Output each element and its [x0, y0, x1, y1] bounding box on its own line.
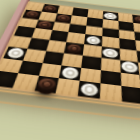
white-piece-d7[interactable]: [61, 66, 79, 79]
white-piece-a6[interactable]: [6, 47, 26, 58]
dark-piece-d5[interactable]: [66, 43, 82, 54]
checkers-scene: [0, 0, 140, 140]
square-e8[interactable]: [78, 81, 100, 99]
white-piece-e8[interactable]: [80, 82, 98, 97]
square-d8[interactable]: [56, 78, 80, 96]
white-piece-g6[interactable]: [121, 61, 137, 73]
square-g8[interactable]: [121, 86, 140, 104]
board-frame: [0, 0, 140, 126]
dark-piece-c8[interactable]: [36, 77, 56, 91]
square-f8[interactable]: [100, 83, 122, 101]
white-piece-f5[interactable]: [103, 48, 118, 59]
board-wrapper: [0, 0, 140, 136]
